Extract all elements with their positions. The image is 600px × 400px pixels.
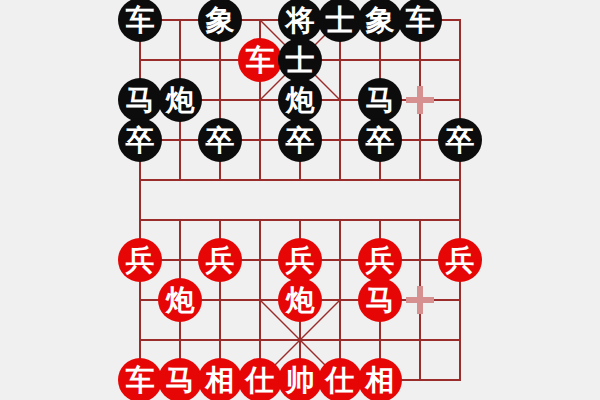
- piece-black[interactable]: 士: [318, 0, 362, 42]
- piece-black[interactable]: 卒: [358, 118, 402, 162]
- piece-black[interactable]: 马: [118, 78, 162, 122]
- last-move-marker: [406, 286, 434, 314]
- board-point[interactable]: [280, 200, 320, 240]
- piece-red[interactable]: 兵: [118, 238, 162, 282]
- marker-corner: [420, 86, 434, 100]
- piece-red[interactable]: 炮: [158, 278, 202, 322]
- piece-red[interactable]: 相: [358, 358, 402, 400]
- board-point[interactable]: 卒: [360, 120, 400, 160]
- board-point[interactable]: [200, 280, 240, 320]
- board-point[interactable]: 相: [360, 360, 400, 400]
- board-point[interactable]: [360, 200, 400, 240]
- board-points-grid: 车象将士象车车士马炮炮马卒卒卒卒卒兵兵兵兵兵炮炮马车马相仕帅仕相: [120, 0, 480, 400]
- board-point[interactable]: 马: [360, 280, 400, 320]
- board-point[interactable]: [320, 80, 360, 120]
- board-point[interactable]: [320, 120, 360, 160]
- board-point[interactable]: [400, 320, 440, 360]
- board-point[interactable]: [120, 160, 160, 200]
- board-point[interactable]: [240, 160, 280, 200]
- board-point[interactable]: [400, 40, 440, 80]
- board-point[interactable]: [360, 320, 400, 360]
- board-point[interactable]: [400, 360, 440, 400]
- board-point[interactable]: 象: [360, 0, 400, 40]
- board-point[interactable]: 炮: [280, 80, 320, 120]
- piece-black[interactable]: 炮: [158, 78, 202, 122]
- board-point[interactable]: [120, 40, 160, 80]
- piece-black[interactable]: 车: [398, 0, 442, 42]
- piece-black[interactable]: 将: [278, 0, 322, 42]
- board-point[interactable]: 士: [280, 40, 320, 80]
- board-point[interactable]: [400, 80, 440, 120]
- board-point[interactable]: 士: [320, 0, 360, 40]
- board-point[interactable]: [320, 320, 360, 360]
- piece-red[interactable]: 兵: [438, 238, 482, 282]
- board-point[interactable]: 车: [120, 360, 160, 400]
- board-point[interactable]: 象: [200, 0, 240, 40]
- board-point[interactable]: 卒: [120, 120, 160, 160]
- board-point[interactable]: [440, 280, 480, 320]
- piece-red[interactable]: 马: [158, 358, 202, 400]
- board-point[interactable]: 卒: [440, 120, 480, 160]
- board-point[interactable]: 兵: [440, 240, 480, 280]
- board-point[interactable]: [240, 320, 280, 360]
- piece-red[interactable]: 兵: [278, 238, 322, 282]
- board-point[interactable]: [440, 80, 480, 120]
- board-point[interactable]: 炮: [280, 280, 320, 320]
- marker-corner: [406, 300, 420, 314]
- marker-corner: [420, 300, 434, 314]
- board-point[interactable]: [280, 320, 320, 360]
- board-point[interactable]: [360, 40, 400, 80]
- board-point[interactable]: 仕: [240, 360, 280, 400]
- piece-black[interactable]: 卒: [198, 118, 242, 162]
- board-point[interactable]: [400, 160, 440, 200]
- piece-black[interactable]: 象: [198, 0, 242, 42]
- board-point[interactable]: [360, 160, 400, 200]
- board-point[interactable]: 马: [360, 80, 400, 120]
- board-point[interactable]: [200, 320, 240, 360]
- board-point[interactable]: [120, 320, 160, 360]
- board-point[interactable]: 马: [120, 80, 160, 120]
- marker-corner: [420, 286, 434, 300]
- board-point[interactable]: [240, 240, 280, 280]
- board-point[interactable]: [440, 360, 480, 400]
- board-point[interactable]: [240, 80, 280, 120]
- board-point[interactable]: 兵: [280, 240, 320, 280]
- board-point[interactable]: [440, 200, 480, 240]
- board-point[interactable]: [160, 0, 200, 40]
- piece-black[interactable]: 卒: [438, 118, 482, 162]
- board-point[interactable]: [320, 240, 360, 280]
- marker-corner: [406, 86, 420, 100]
- piece-red[interactable]: 仕: [238, 358, 282, 400]
- board-point[interactable]: 炮: [160, 80, 200, 120]
- piece-red[interactable]: 兵: [358, 238, 402, 282]
- board-point[interactable]: [400, 200, 440, 240]
- board-point[interactable]: 仕: [320, 360, 360, 400]
- board-point[interactable]: 炮: [160, 280, 200, 320]
- piece-red[interactable]: 车: [118, 358, 162, 400]
- board-point[interactable]: [160, 120, 200, 160]
- piece-red[interactable]: 帅: [278, 358, 322, 400]
- board-point[interactable]: [280, 160, 320, 200]
- board-point[interactable]: 车: [240, 40, 280, 80]
- board-point[interactable]: 兵: [200, 240, 240, 280]
- board-point[interactable]: [320, 280, 360, 320]
- board-point[interactable]: 卒: [200, 120, 240, 160]
- board-point[interactable]: [400, 280, 440, 320]
- marker-corner: [420, 100, 434, 114]
- board-point[interactable]: [440, 320, 480, 360]
- marker-corner: [406, 100, 420, 114]
- board-point[interactable]: [240, 0, 280, 40]
- board-point[interactable]: 相: [200, 360, 240, 400]
- board-point[interactable]: [320, 160, 360, 200]
- board-point[interactable]: [200, 40, 240, 80]
- board-point[interactable]: [240, 280, 280, 320]
- piece-black[interactable]: 卒: [118, 118, 162, 162]
- board-point[interactable]: 帅: [280, 360, 320, 400]
- board-point[interactable]: 兵: [120, 240, 160, 280]
- board-point[interactable]: 车: [400, 0, 440, 40]
- board-point[interactable]: 卒: [280, 120, 320, 160]
- board-point[interactable]: [160, 160, 200, 200]
- piece-black[interactable]: 车: [118, 0, 162, 42]
- board-point[interactable]: [200, 200, 240, 240]
- piece-black[interactable]: 炮: [278, 78, 322, 122]
- board-point[interactable]: [120, 200, 160, 240]
- piece-red[interactable]: 相: [198, 358, 242, 400]
- piece-red[interactable]: 兵: [198, 238, 242, 282]
- board-point[interactable]: 将: [280, 0, 320, 40]
- board-point[interactable]: [400, 120, 440, 160]
- piece-black[interactable]: 象: [358, 0, 402, 42]
- board-point[interactable]: [400, 240, 440, 280]
- board-point[interactable]: [240, 120, 280, 160]
- piece-red[interactable]: 仕: [318, 358, 362, 400]
- board-point[interactable]: [160, 40, 200, 80]
- board-point[interactable]: 马: [160, 360, 200, 400]
- board-point[interactable]: [120, 280, 160, 320]
- board-point[interactable]: [320, 40, 360, 80]
- board-point[interactable]: 兵: [360, 240, 400, 280]
- board-point[interactable]: [240, 200, 280, 240]
- piece-black[interactable]: 马: [358, 78, 402, 122]
- board-point[interactable]: [160, 320, 200, 360]
- board-point[interactable]: [160, 240, 200, 280]
- board-point[interactable]: [440, 160, 480, 200]
- piece-black[interactable]: 士: [278, 38, 322, 82]
- xiangqi-board: 车象将士象车车士马炮炮马卒卒卒卒卒兵兵兵兵兵炮炮马车马相仕帅仕相: [0, 0, 600, 400]
- marker-corner: [406, 286, 420, 300]
- piece-red[interactable]: 马: [358, 278, 402, 322]
- last-move-marker: [406, 86, 434, 114]
- board-point[interactable]: [440, 40, 480, 80]
- piece-red[interactable]: 炮: [278, 278, 322, 322]
- board-point[interactable]: 车: [120, 0, 160, 40]
- piece-black[interactable]: 卒: [278, 118, 322, 162]
- piece-red[interactable]: 车: [238, 38, 282, 82]
- board-point[interactable]: [200, 80, 240, 120]
- board-point[interactable]: [200, 160, 240, 200]
- board-point[interactable]: [320, 200, 360, 240]
- board-point[interactable]: [160, 200, 200, 240]
- board-point[interactable]: [440, 0, 480, 40]
